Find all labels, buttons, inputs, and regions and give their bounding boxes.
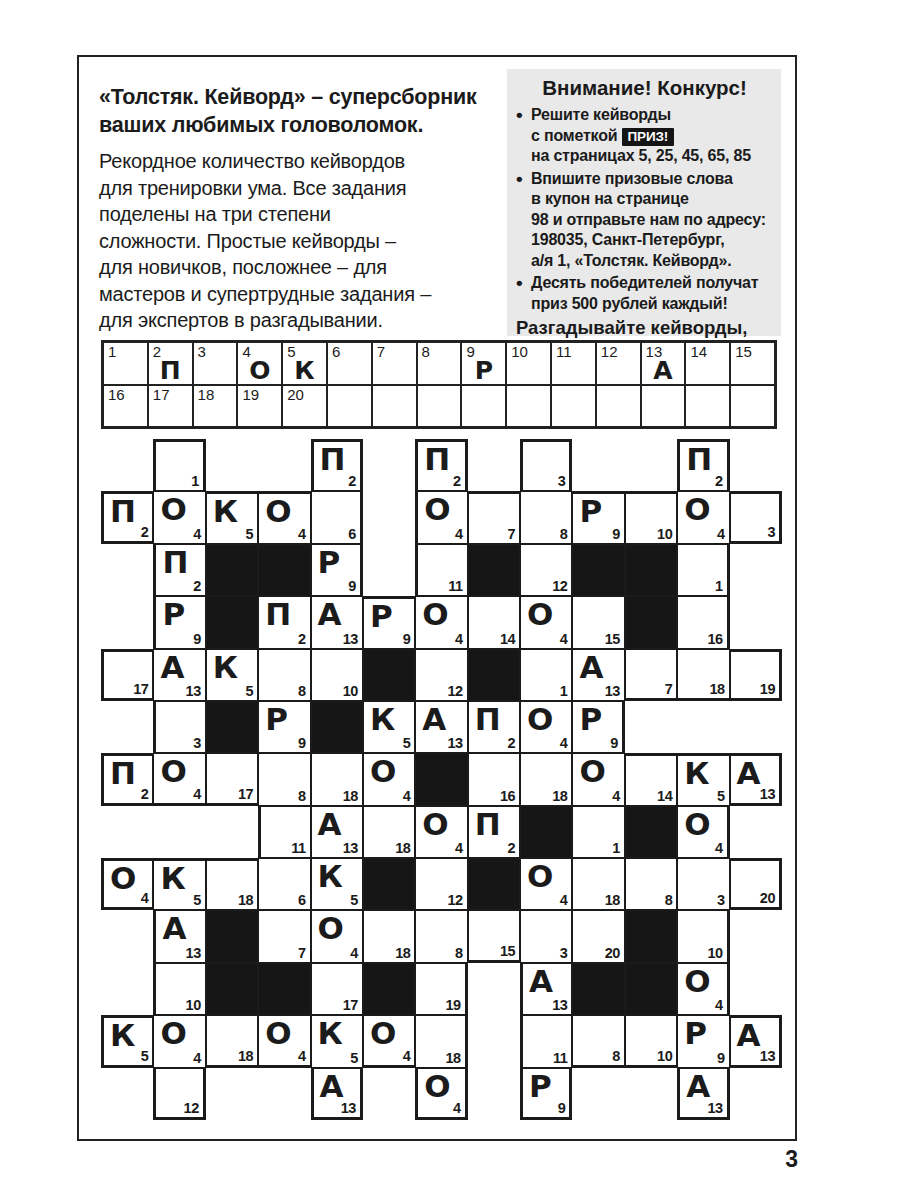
black-cell-r6c5 [311,701,363,753]
cell-letter: А [162,911,186,946]
key-cell-number: 8 [422,344,430,360]
grid-cell-r7c12[interactable]: К5 [677,753,729,805]
grid-cell-r11c5[interactable]: 17 [311,963,363,1015]
grid-cell-r4c8[interactable]: 14 [468,596,520,648]
cell-number: 16 [500,789,515,804]
key-cell-number: 16 [108,387,125,403]
key-cell-empty[interactable] [461,385,506,428]
key-cell-empty[interactable] [730,385,775,428]
cell-number: 2 [507,841,515,856]
cell-number: 13 [448,736,463,751]
grid-cell-r2c12[interactable]: О4 [677,491,729,543]
black-cell-r11c11 [625,963,677,1015]
grid-cell-r4c2[interactable]: Р9 [153,596,205,648]
grid-cell-r5c11[interactable]: 7 [625,649,677,701]
cell-letter: А [320,1069,344,1104]
grid-cell-r5c12[interactable]: 18 [677,649,729,701]
grid-cell-r5c10[interactable]: А13 [572,649,624,701]
cell-number: 17 [133,682,148,697]
cell-letter: А [686,1069,710,1104]
cell-number: 18 [238,893,253,908]
cell-letter: О [684,492,710,527]
grid-cell-r3c12[interactable]: 1 [677,544,729,596]
cell-number: 9 [348,579,356,594]
grid-cell-r8c5[interactable]: А13 [311,806,363,858]
cell-number: 5 [193,893,201,908]
black-cell-r9c8 [468,858,520,910]
cell-number: 18 [709,682,724,697]
grid-cell-r4c5[interactable]: А13 [311,596,363,648]
key-cell-letter: О [238,358,281,384]
cell-letter: Р [579,702,602,737]
grid-cell-r3c9[interactable]: 12 [520,544,572,596]
grid-cell-r2c4[interactable]: О4 [258,491,310,543]
black-cell-r11c3 [206,963,258,1015]
cell-number: 4 [298,527,306,542]
cell-number: 3 [560,946,568,961]
grid-cell-r9c3[interactable]: 18 [206,858,258,910]
grid-cell-r2c1[interactable]: П2 [101,491,153,543]
intro-title: «Толстяк. Кейворд» – суперсборник ваших … [99,84,511,139]
key-cell-number: 20 [287,387,304,403]
grid-cell-r12c13[interactable]: А13 [730,1015,782,1067]
key-cell-7[interactable]: 7 [372,342,417,385]
grid-cell-r7c2[interactable]: О4 [153,753,205,805]
key-cell-number: 11 [556,344,572,360]
key-cell-8[interactable]: 8 [417,342,462,385]
cell-number: 5 [246,684,254,699]
grid-cell-r6c9[interactable]: О4 [520,701,572,753]
cell-number: 15 [605,632,620,647]
cell-number: 8 [612,1049,620,1064]
grid-cell-r1c9[interactable]: 3 [520,439,572,491]
key-cell-letter: Р [462,358,505,384]
grid-cell-r13c9[interactable]: Р9 [520,1068,572,1120]
cell-letter: О [579,754,605,789]
cell-number: 6 [298,893,306,908]
contest-bullet: •Впишите призовые слова в купон на стран… [516,169,773,272]
grid-cell-r5c2[interactable]: А13 [153,649,205,701]
key-cell-18[interactable]: 18 [193,385,238,428]
grid-cell-r12c6[interactable]: О4 [363,1015,415,1067]
cell-number: 18 [395,946,410,961]
grid-cell-r7c8[interactable]: 16 [468,753,520,805]
grid-cell-r5c13[interactable]: 19 [730,649,782,701]
cell-number: 8 [665,893,673,908]
cell-letter: А [422,702,446,737]
grid-cell-r12c4[interactable]: О4 [258,1015,310,1067]
cell-number: 2 [715,474,723,489]
cell-letter: П [110,494,136,529]
cell-number: 4 [141,891,149,906]
cell-number: 9 [298,736,306,751]
cell-number: 5 [350,893,358,908]
key-cell-empty[interactable] [596,385,641,428]
grid-cell-r7c6[interactable]: О4 [363,753,415,805]
cell-number: 13 [760,1049,775,1064]
black-cell-r8c9 [520,806,572,858]
key-cell-empty[interactable] [551,385,596,428]
grid-cell-r12c10[interactable]: 8 [572,1015,624,1067]
grid-cell-r2c8[interactable]: 7 [468,491,520,543]
key-cell-17[interactable]: 17 [148,385,193,428]
grid-cell-r7c1[interactable]: П2 [101,753,153,805]
cell-letter: Р [162,597,185,632]
cell-letter: Р [529,1069,552,1104]
grid-cell-r10c6[interactable]: 18 [363,910,415,962]
cell-number: 17 [343,998,358,1013]
cell-number: 3 [767,525,775,540]
grid-cell-r9c13[interactable]: 20 [730,858,782,910]
key-cell-11[interactable]: 11 [551,342,596,385]
cell-letter: П [475,807,501,842]
grid-cell-r2c9[interactable]: 8 [520,491,572,543]
black-cell-r8c11 [625,806,677,858]
key-cell-empty[interactable] [506,385,551,428]
grid-cell-r9c7[interactable]: 12 [415,858,467,910]
cell-number: 4 [298,1049,306,1064]
grid-cell-r5c3[interactable]: К5 [206,649,258,701]
grid-cell-r10c5[interactable]: О4 [311,910,363,962]
grid-cell-r8c6[interactable]: 18 [363,806,415,858]
cell-letter: П [424,442,450,477]
grid-cell-r12c1[interactable]: К5 [101,1015,153,1067]
grid-cell-r10c9[interactable]: 3 [520,910,572,962]
cell-number: 8 [298,789,306,804]
grid-cell-r2c10[interactable]: Р9 [572,491,624,543]
cell-number: 4 [193,787,201,802]
grid-cell-r7c5[interactable]: 18 [311,753,363,805]
grid-cell-r9c10[interactable]: 18 [572,858,624,910]
black-cell-r11c4 [258,963,310,1015]
grid-cell-r8c10[interactable]: 1 [572,806,624,858]
cell-number: 3 [717,893,725,908]
key-cell-13[interactable]: 13А [641,342,686,385]
grid-cell-r1c12[interactable]: П2 [677,439,729,491]
contest-bullet: •Решите кейворды с пометкой ПРИЗ! на стр… [516,105,773,167]
grid-cell-r13c7[interactable]: О4 [415,1068,467,1120]
key-cell-2[interactable]: 2П [148,342,193,385]
magazine-page: { "page": { "number": "3" }, "intro": { … [0,0,900,1200]
grid-cell-r4c9[interactable]: О4 [520,596,572,648]
cell-letter: О [318,911,344,946]
grid-cell-r4c12[interactable]: 16 [677,596,729,648]
cell-number: 8 [298,684,306,699]
cell-letter: О [527,702,553,737]
grid-cell-r2c13[interactable]: 3 [730,491,782,543]
page-frame: «Толстяк. Кейворд» – суперсборник ваших … [77,55,797,1141]
key-cell-9[interactable]: 9Р [461,342,506,385]
cell-letter: Р [370,599,393,634]
cell-letter: П [162,545,188,580]
key-cell-number: 3 [198,344,206,360]
grid-cell-r4c6[interactable]: Р9 [363,596,415,648]
grid-cell-r9c1[interactable]: О4 [101,858,153,910]
grid-cell-r7c3[interactable]: 17 [206,753,258,805]
cell-number: 5 [403,736,411,751]
grid-cell-r12c2[interactable]: О4 [153,1015,205,1067]
grid-cell-r6c7[interactable]: А13 [415,701,467,753]
cell-number: 4 [715,998,723,1013]
cell-number: 18 [238,1049,253,1064]
key-cell-letter: А [642,358,685,384]
cell-letter: К [213,650,238,685]
key-cell-letter: П [149,358,192,384]
grid-cell-r12c3[interactable]: 18 [206,1015,258,1067]
grid-cell-r8c7[interactable]: О4 [415,806,467,858]
grid-cell-r3c2[interactable]: П2 [153,544,205,596]
cell-number: 4 [403,789,411,804]
cell-number: 1 [560,684,568,699]
grid-cell-r13c5[interactable]: А13 [311,1068,363,1120]
cell-number: 9 [193,632,201,647]
cell-number: 5 [350,1051,358,1066]
cell-number: 13 [343,841,358,856]
cell-number: 18 [395,841,410,856]
cell-number: 12 [448,893,463,908]
key-cell-6[interactable]: 6 [327,342,372,385]
grid-cell-r12c9[interactable]: 11 [520,1015,572,1067]
key-cell-empty[interactable] [417,385,462,428]
grid-cell-r2c3[interactable]: К5 [206,491,258,543]
black-cell-r3c3 [206,544,258,596]
cell-number: 6 [348,527,356,542]
black-cell-r5c6 [363,649,415,701]
key-cell-20[interactable]: 20 [282,385,327,428]
key-cell-number: 7 [377,344,385,360]
contest-box: Внимание! Конкурс! •Решите кейворды с по… [507,69,781,336]
grid-cell-r1c7[interactable]: П2 [415,439,467,491]
grid-cell-r9c12[interactable]: 3 [677,858,729,910]
cell-letter: О [684,964,710,999]
black-cell-r4c3 [206,596,258,648]
key-cell-3[interactable]: 3 [193,342,238,385]
grid-cell-r7c10[interactable]: О4 [572,753,624,805]
grid-cell-r12c7[interactable]: 18 [415,1015,467,1067]
grid-cell-r11c9[interactable]: А13 [520,963,572,1015]
cell-letter: К [318,859,343,894]
cell-letter: О [370,1016,396,1051]
grid-cell-r9c2[interactable]: К5 [153,858,205,910]
cell-number: 4 [455,632,463,647]
key-cell-15[interactable]: 15 [730,342,775,385]
black-cell-r10c11 [625,910,677,962]
grid-cell-r7c11[interactable]: 14 [625,753,677,805]
grid-cell-r13c12[interactable]: А13 [677,1068,729,1120]
grid-cell-r10c10[interactable]: 20 [572,910,624,962]
cell-number: 10 [186,998,201,1013]
cell-letter: А [160,650,184,685]
cell-number: 19 [760,682,775,697]
bullet-text: Десять победителей получат приз 500 рубл… [531,273,758,314]
cell-letter: П [265,597,291,632]
cell-letter: О [527,597,553,632]
cell-letter: О [160,754,186,789]
black-cell-r3c10 [572,544,624,596]
grid-cell-r6c10[interactable]: Р9 [572,701,624,753]
cell-number: 10 [343,684,358,699]
grid-cell-r9c9[interactable]: О4 [520,858,572,910]
black-cell-r9c6 [363,858,415,910]
grid-cell-r8c12[interactable]: О4 [677,806,729,858]
cell-number: 18 [552,789,567,804]
grid-cell-r4c10[interactable]: 15 [572,596,624,648]
cell-number: 18 [605,893,620,908]
bullet-text: Впишите призовые слова в купон на страни… [531,169,766,272]
grid-cell-r12c5[interactable]: К5 [311,1015,363,1067]
grid-cell-r6c2[interactable]: 3 [153,701,205,753]
contest-bullet: •Десять победителей получат приз 500 руб… [516,273,773,314]
cell-number: 5 [141,1049,149,1064]
cell-number: 4 [453,1101,461,1116]
grid-cell-r5c4[interactable]: 8 [258,649,310,701]
cell-letter: К [213,494,238,529]
cell-number: 4 [455,841,463,856]
grid-cell-r8c4[interactable]: 11 [258,806,310,858]
cell-number: 13 [186,684,201,699]
grid-cell-r7c13[interactable]: А13 [730,753,782,805]
cell-number: 9 [558,1101,566,1116]
grid-cell-r12c11[interactable]: 10 [625,1015,677,1067]
bullet-dot-icon: • [516,169,531,272]
contest-title: Внимание! Конкурс! [516,76,773,100]
grid-cell-r10c4[interactable]: 7 [258,910,310,962]
cell-letter: О [527,859,553,894]
cell-number: 2 [141,787,149,802]
grid-cell-r5c5[interactable]: 10 [311,649,363,701]
cell-number: 2 [193,579,201,594]
cell-number: 9 [612,527,620,542]
grid-cell-r2c5[interactable]: 6 [311,491,363,543]
cell-number: 17 [238,787,253,802]
cell-number: 4 [193,1051,201,1066]
grid-cell-r11c12[interactable]: О4 [677,963,729,1015]
grid-cell-r11c7[interactable]: 19 [415,963,467,1015]
cell-number: 7 [298,946,306,961]
grid-cell-r4c7[interactable]: О4 [415,596,467,648]
black-cell-r5c8 [468,649,520,701]
key-cell-number: 1 [108,344,116,360]
grid-cell-r9c11[interactable]: 8 [625,858,677,910]
cell-number: 18 [446,1051,461,1066]
grid-cell-r10c8[interactable]: 15 [468,910,520,962]
cell-number: 4 [560,736,568,751]
cell-number: 12 [184,1101,199,1116]
grid-cell-r1c2[interactable]: 1 [153,439,205,491]
cell-number: 11 [553,1051,567,1066]
cell-letter: А [737,756,761,791]
cell-number: 4 [612,789,620,804]
bullet-dot-icon: • [516,273,531,314]
grid-cell-r2c7[interactable]: О4 [415,491,467,543]
grid-cell-r5c1[interactable]: 17 [101,649,153,701]
key-cell-12[interactable]: 12 [596,342,641,385]
cell-letter: О [424,1069,450,1104]
grid-cell-r9c5[interactable]: К5 [311,858,363,910]
key-cell-1[interactable]: 1 [103,342,148,385]
grid-cell-r13c2[interactable]: 12 [153,1068,205,1120]
cell-number: 20 [760,891,775,906]
key-cell-empty[interactable] [641,385,686,428]
grid-cell-r10c2[interactable]: А13 [153,910,205,962]
grid-cell-r6c4[interactable]: Р9 [258,701,310,753]
key-cell-14[interactable]: 14 [685,342,730,385]
grid-cell-r6c8[interactable]: П2 [468,701,520,753]
cell-number: 13 [341,1101,356,1116]
cell-number: 2 [348,474,356,489]
cell-letter: Р [318,545,341,580]
grid-cell-r6c6[interactable]: К5 [363,701,415,753]
cell-number: 4 [403,1049,411,1064]
cell-letter: А [529,964,553,999]
grid-cell-r2c2[interactable]: О4 [153,491,205,543]
cell-letter: Р [265,702,288,737]
cell-number: 10 [707,946,722,961]
key-cell-4[interactable]: 4О [237,342,282,385]
cell-number: 4 [560,893,568,908]
grid-cell-r7c9[interactable]: 18 [520,753,572,805]
page-number: 3 [768,1146,798,1173]
cell-number: 3 [193,736,201,751]
grid-cell-r10c12[interactable]: 10 [677,910,729,962]
keyword-grid: 1П2П23П2П2О4К5О46О478Р910О43П2Р911121Р9П… [101,439,782,1120]
grid-cell-r11c2[interactable]: 10 [153,963,205,1015]
grid-cell-r9c4[interactable]: 6 [258,858,310,910]
cell-letter: О [265,494,291,529]
key-cell-19[interactable]: 19 [237,385,282,428]
cell-number: 11 [448,579,462,594]
cell-number: 18 [343,789,358,804]
black-cell-r10c3 [206,910,258,962]
grid-cell-r2c11[interactable]: 10 [625,491,677,543]
grid-cell-r1c5[interactable]: П2 [311,439,363,491]
grid-cell-r12c12[interactable]: Р9 [677,1015,729,1067]
key-cell-empty[interactable] [372,385,417,428]
cell-letter: П [110,756,136,791]
cell-number: 14 [657,789,672,804]
grid-cell-r7c4[interactable]: 8 [258,753,310,805]
grid-cell-r10c7[interactable]: 8 [415,910,467,962]
key-cell-5[interactable]: 5К [282,342,327,385]
grid-cell-r5c7[interactable]: 12 [415,649,467,701]
key-cell-10[interactable]: 10 [506,342,551,385]
cell-number: 2 [507,736,515,751]
cell-letter: П [475,702,501,737]
cell-letter: О [370,754,396,789]
cell-number: 13 [760,787,775,802]
key-cell-empty[interactable] [685,385,730,428]
letter-key-table: 12П34О5К6789Р10111213А14151617181920 [101,340,777,429]
cell-number: 13 [707,1101,722,1116]
cell-letter: П [686,442,712,477]
grid-cell-r4c4[interactable]: П2 [258,596,310,648]
cell-number: 3 [558,474,566,489]
grid-cell-r8c8[interactable]: П2 [468,806,520,858]
key-cell-empty[interactable] [327,385,372,428]
cell-number: 2 [298,632,306,647]
cell-number: 9 [403,632,411,647]
cell-letter: П [320,442,346,477]
prize-badge: ПРИЗ! [622,128,674,146]
key-cell-16[interactable]: 16 [103,385,148,428]
grid-cell-r5c9[interactable]: 1 [520,649,572,701]
bullet-dot-icon: • [516,105,531,167]
black-cell-r11c6 [363,963,415,1015]
cell-number: 13 [343,632,358,647]
grid-cell-r3c5[interactable]: Р9 [311,544,363,596]
cell-number: 10 [657,1049,672,1064]
grid-cell-r3c7[interactable]: 11 [415,544,467,596]
